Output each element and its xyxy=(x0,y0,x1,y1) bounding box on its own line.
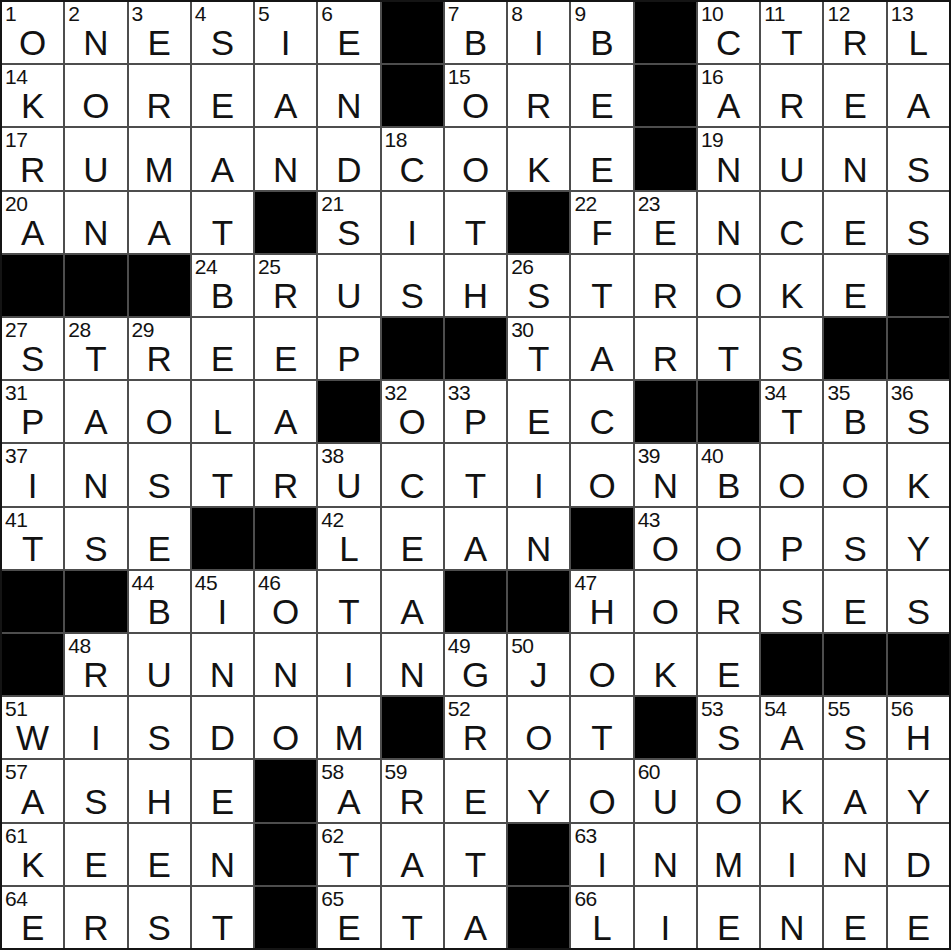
cell-r3c13[interactable]: U xyxy=(761,128,822,189)
cell-letter: O xyxy=(635,594,696,629)
cell-r10c12[interactable]: R xyxy=(698,571,759,632)
cell-r7c2[interactable]: A xyxy=(65,381,126,442)
cell-r10c10[interactable]: 47H xyxy=(571,571,632,632)
cell-letter: S xyxy=(761,341,822,376)
cell-letter: D xyxy=(318,152,379,187)
cell-r8c13[interactable]: O xyxy=(761,444,822,505)
cell-r7c5[interactable]: A xyxy=(255,381,316,442)
cell-r5c4[interactable]: 24B xyxy=(192,255,253,316)
cell-letter: H xyxy=(129,784,190,819)
cell-letter: E xyxy=(192,88,253,123)
cell-r15c11[interactable]: I xyxy=(635,887,696,948)
cell-r1c1[interactable]: 1O xyxy=(2,2,63,63)
cell-r6c13[interactable]: S xyxy=(761,318,822,379)
cell-r10c3[interactable]: 44B xyxy=(129,571,190,632)
cell-r9c15[interactable]: Y xyxy=(888,508,949,569)
cell-r3c9[interactable]: K xyxy=(508,128,569,189)
cell-letter: U xyxy=(318,278,379,313)
cell-letter: R xyxy=(382,784,443,819)
cell-r3c8[interactable]: O xyxy=(445,128,506,189)
cell-letter: T xyxy=(65,341,126,376)
cell-r13c4[interactable]: E xyxy=(192,760,253,821)
cell-letter: T xyxy=(445,215,506,250)
cell-letter: T xyxy=(508,341,569,376)
cell-r8c5[interactable]: R xyxy=(255,444,316,505)
cell-r1c6[interactable]: 6E xyxy=(318,2,379,63)
cell-r9c3[interactable]: E xyxy=(129,508,190,569)
cell-r1c10[interactable]: 9B xyxy=(571,2,632,63)
cell-r14c15[interactable]: D xyxy=(888,824,949,885)
cell-r6c3[interactable]: 29R xyxy=(129,318,190,379)
cell-r12c13[interactable]: 54A xyxy=(761,697,822,758)
cell-r1c13[interactable]: 11T xyxy=(761,2,822,63)
cell-letter: R xyxy=(65,910,126,945)
cell-r4c2[interactable]: N xyxy=(65,192,126,253)
cell-r9c1[interactable]: 41T xyxy=(2,508,63,569)
cell-r15c4[interactable]: T xyxy=(192,887,253,948)
cell-r11c12[interactable]: E xyxy=(698,634,759,695)
cell-r13c11[interactable]: 60U xyxy=(635,760,696,821)
cell-letter: A xyxy=(445,531,506,566)
cell-r11c5[interactable]: N xyxy=(255,634,316,695)
cell-r6c4[interactable]: E xyxy=(192,318,253,379)
cell-r3c12[interactable]: 19N xyxy=(698,128,759,189)
cell-letter: S xyxy=(382,278,443,313)
clue-number: 37 xyxy=(5,443,27,469)
cell-r4c10[interactable]: 22F xyxy=(571,192,632,253)
cell-r5c15 xyxy=(888,255,949,316)
cell-r1c8[interactable]: 7B xyxy=(445,2,506,63)
clue-number: 63 xyxy=(574,823,596,849)
cell-r1c5[interactable]: 5I xyxy=(255,2,316,63)
cell-letter: O xyxy=(508,720,569,755)
cell-letter: R xyxy=(255,468,316,503)
cell-r4c1[interactable]: 20A xyxy=(2,192,63,253)
cell-r12c4[interactable]: D xyxy=(192,697,253,758)
cell-r5c12[interactable]: O xyxy=(698,255,759,316)
cell-letter: R xyxy=(2,152,63,187)
cell-r1c3[interactable]: 3E xyxy=(129,2,190,63)
cell-r2c12[interactable]: 16A xyxy=(698,65,759,126)
cell-r6c9[interactable]: 30T xyxy=(508,318,569,379)
cell-r11c7[interactable]: N xyxy=(382,634,443,695)
cell-letter: A xyxy=(318,784,379,819)
cell-r7c4[interactable]: L xyxy=(192,381,253,442)
cell-r5c11[interactable]: R xyxy=(635,255,696,316)
cell-r7c13[interactable]: 34T xyxy=(761,381,822,442)
cell-r4c3[interactable]: A xyxy=(129,192,190,253)
cell-letter: R xyxy=(445,720,506,755)
cell-r8c9[interactable]: I xyxy=(508,444,569,505)
cell-letter: E xyxy=(129,531,190,566)
cell-r9c6[interactable]: 42L xyxy=(318,508,379,569)
cell-r7c7[interactable]: 32O xyxy=(382,381,443,442)
cell-r8c1[interactable]: 37I xyxy=(2,444,63,505)
cell-r12c7 xyxy=(382,697,443,758)
cell-r7c8[interactable]: 33P xyxy=(445,381,506,442)
cell-r3c11 xyxy=(635,128,696,189)
cell-r12c12[interactable]: 53S xyxy=(698,697,759,758)
cell-r4c12[interactable]: N xyxy=(698,192,759,253)
cell-letter: S xyxy=(65,784,126,819)
cell-letter: B xyxy=(192,278,253,313)
cell-r6c2[interactable]: 28T xyxy=(65,318,126,379)
cell-r13c12[interactable]: O xyxy=(698,760,759,821)
cell-r15c6[interactable]: 65E xyxy=(318,887,379,948)
cell-r15c3[interactable]: S xyxy=(129,887,190,948)
cell-r9c4 xyxy=(192,508,253,569)
cell-r3c3[interactable]: M xyxy=(129,128,190,189)
cell-letter: N xyxy=(318,88,379,123)
cell-letter: B xyxy=(129,594,190,629)
cell-r2c2[interactable]: O xyxy=(65,65,126,126)
cell-r11c3[interactable]: U xyxy=(129,634,190,695)
cell-r13c8[interactable]: E xyxy=(445,760,506,821)
cell-letter: R xyxy=(65,657,126,692)
cell-r10c15[interactable]: S xyxy=(888,571,949,632)
cell-letter: O xyxy=(571,468,632,503)
cell-r12c9[interactable]: O xyxy=(508,697,569,758)
cell-r3c14[interactable]: N xyxy=(824,128,885,189)
cell-r11c4[interactable]: N xyxy=(192,634,253,695)
cell-r6c10[interactable]: A xyxy=(571,318,632,379)
cell-r12c2[interactable]: I xyxy=(65,697,126,758)
cell-r6c6[interactable]: P xyxy=(318,318,379,379)
cell-r12c15[interactable]: 56H xyxy=(888,697,949,758)
cell-r1c2[interactable]: 2N xyxy=(65,2,126,63)
cell-letter: A xyxy=(445,910,506,945)
cell-r15c14[interactable]: E xyxy=(824,887,885,948)
cell-r14c1[interactable]: 61K xyxy=(2,824,63,885)
cell-letter: T xyxy=(192,468,253,503)
cell-letter: M xyxy=(318,720,379,755)
cell-r8c6[interactable]: 38U xyxy=(318,444,379,505)
cell-r10c13[interactable]: S xyxy=(761,571,822,632)
cell-r12c1[interactable]: 51W xyxy=(2,697,63,758)
cell-letter: N xyxy=(508,531,569,566)
cell-letter: R xyxy=(508,88,569,123)
cell-r8c7[interactable]: C xyxy=(382,444,443,505)
cell-letter: E xyxy=(508,404,569,439)
cell-letter: U xyxy=(65,152,126,187)
cell-r7c12 xyxy=(698,381,759,442)
cell-r5c6[interactable]: U xyxy=(318,255,379,316)
cell-letter: N xyxy=(824,847,885,882)
cell-r4c4[interactable]: T xyxy=(192,192,253,253)
cell-letter: S xyxy=(508,278,569,313)
cell-r13c13[interactable]: K xyxy=(761,760,822,821)
cell-letter: B xyxy=(445,25,506,60)
cell-letter: I xyxy=(571,847,632,882)
cell-r2c8[interactable]: 15O xyxy=(445,65,506,126)
cell-r3c5[interactable]: N xyxy=(255,128,316,189)
cell-r9c12[interactable]: O xyxy=(698,508,759,569)
cell-r2c13[interactable]: R xyxy=(761,65,822,126)
cell-r5c10[interactable]: T xyxy=(571,255,632,316)
cell-r10c11[interactable]: O xyxy=(635,571,696,632)
cell-letter: T xyxy=(382,910,443,945)
cell-r14c13[interactable]: I xyxy=(761,824,822,885)
cell-r2c1[interactable]: 14K xyxy=(2,65,63,126)
cell-r13c14[interactable]: A xyxy=(824,760,885,821)
cell-r14c12[interactable]: M xyxy=(698,824,759,885)
cell-r6c5[interactable]: E xyxy=(255,318,316,379)
cell-letter: K xyxy=(2,847,63,882)
cell-r2c5[interactable]: A xyxy=(255,65,316,126)
cell-r15c1[interactable]: 64E xyxy=(2,887,63,948)
cell-r11c8[interactable]: 49G xyxy=(445,634,506,695)
cell-letter: I xyxy=(761,847,822,882)
cell-r9c14[interactable]: S xyxy=(824,508,885,569)
cell-r15c12[interactable]: E xyxy=(698,887,759,948)
cell-r2c9[interactable]: R xyxy=(508,65,569,126)
cell-r8c2[interactable]: N xyxy=(65,444,126,505)
cell-letter: O xyxy=(698,278,759,313)
cell-r5c14[interactable]: E xyxy=(824,255,885,316)
cell-letter: E xyxy=(824,215,885,250)
cell-r15c15[interactable]: E xyxy=(888,887,949,948)
cell-letter: P xyxy=(318,341,379,376)
cell-letter: T xyxy=(318,847,379,882)
cell-r3c10[interactable]: E xyxy=(571,128,632,189)
cell-r3c7[interactable]: 18C xyxy=(382,128,443,189)
cell-r1c4[interactable]: 4S xyxy=(192,2,253,63)
cell-r5c13[interactable]: K xyxy=(761,255,822,316)
cell-letter: O xyxy=(761,468,822,503)
cell-letter: N xyxy=(65,215,126,250)
cell-letter: O xyxy=(445,152,506,187)
cell-r2c15[interactable]: A xyxy=(888,65,949,126)
cell-letter: E xyxy=(382,531,443,566)
cell-r5c8[interactable]: H xyxy=(445,255,506,316)
cell-r11c9[interactable]: 50J xyxy=(508,634,569,695)
cell-letter: E xyxy=(571,88,632,123)
cell-r14c10[interactable]: 63I xyxy=(571,824,632,885)
cell-letter: U xyxy=(129,657,190,692)
cell-r4c13[interactable]: C xyxy=(761,192,822,253)
cell-letter: O xyxy=(382,404,443,439)
cell-letter: S xyxy=(192,25,253,60)
cell-r6c11[interactable]: R xyxy=(635,318,696,379)
cell-r6c12[interactable]: T xyxy=(698,318,759,379)
cell-letter: S xyxy=(129,720,190,755)
cell-r8c12[interactable]: 40B xyxy=(698,444,759,505)
cell-letter: N xyxy=(698,152,759,187)
cell-letter: E xyxy=(888,910,949,945)
cell-r14c7[interactable]: A xyxy=(382,824,443,885)
cell-letter: S xyxy=(888,152,949,187)
cell-letter: E xyxy=(318,25,379,60)
cell-r15c7[interactable]: T xyxy=(382,887,443,948)
cell-letter: S xyxy=(761,594,822,629)
cell-r8c8[interactable]: T xyxy=(445,444,506,505)
cell-r7c3[interactable]: O xyxy=(129,381,190,442)
cell-r11c10[interactable]: O xyxy=(571,634,632,695)
cell-r9c7[interactable]: E xyxy=(382,508,443,569)
cell-r12c5[interactable]: O xyxy=(255,697,316,758)
cell-r8c10[interactable]: O xyxy=(571,444,632,505)
cell-r15c13[interactable]: N xyxy=(761,887,822,948)
cell-r12c8[interactable]: 52R xyxy=(445,697,506,758)
cell-r12c14[interactable]: 55S xyxy=(824,697,885,758)
cell-r7c9[interactable]: E xyxy=(508,381,569,442)
cell-r1c9[interactable]: 8I xyxy=(508,2,569,63)
cell-letter: T xyxy=(698,341,759,376)
cell-r12c10[interactable]: T xyxy=(571,697,632,758)
cell-r15c2[interactable]: R xyxy=(65,887,126,948)
cell-r8c14[interactable]: O xyxy=(824,444,885,505)
cell-r7c10[interactable]: C xyxy=(571,381,632,442)
cell-r4c7[interactable]: I xyxy=(382,192,443,253)
cell-r8c4[interactable]: T xyxy=(192,444,253,505)
cell-r13c15[interactable]: Y xyxy=(888,760,949,821)
cell-letter: O xyxy=(698,784,759,819)
cell-r12c6[interactable]: M xyxy=(318,697,379,758)
cell-r14c6[interactable]: 62T xyxy=(318,824,379,885)
cell-r3c15[interactable]: S xyxy=(888,128,949,189)
cell-r11c6[interactable]: I xyxy=(318,634,379,695)
cell-letter: A xyxy=(382,594,443,629)
cell-r3c6[interactable]: D xyxy=(318,128,379,189)
cell-r13c3[interactable]: H xyxy=(129,760,190,821)
cell-r14c4[interactable]: N xyxy=(192,824,253,885)
cell-r13c5 xyxy=(255,760,316,821)
cell-r9c5 xyxy=(255,508,316,569)
cell-r9c9[interactable]: N xyxy=(508,508,569,569)
cell-letter: O xyxy=(635,531,696,566)
cell-r13c1[interactable]: 57A xyxy=(2,760,63,821)
cell-r4c11[interactable]: 23E xyxy=(635,192,696,253)
cell-r14c9 xyxy=(508,824,569,885)
cell-letter: F xyxy=(571,215,632,250)
cell-letter: E xyxy=(255,341,316,376)
cell-letter: N xyxy=(698,215,759,250)
cell-letter: E xyxy=(698,910,759,945)
cell-r7c15[interactable]: 36S xyxy=(888,381,949,442)
cell-r12c11 xyxy=(635,697,696,758)
cell-r3c4[interactable]: A xyxy=(192,128,253,189)
cell-letter: O xyxy=(824,468,885,503)
cell-letter: R xyxy=(635,341,696,376)
cell-r8c11[interactable]: 39N xyxy=(635,444,696,505)
cell-r13c7[interactable]: 59R xyxy=(382,760,443,821)
cell-r8c3[interactable]: S xyxy=(129,444,190,505)
cell-r2c10[interactable]: E xyxy=(571,65,632,126)
cell-r9c2[interactable]: S xyxy=(65,508,126,569)
cell-r13c10[interactable]: O xyxy=(571,760,632,821)
cell-r4c6[interactable]: 21S xyxy=(318,192,379,253)
cell-r13c9[interactable]: Y xyxy=(508,760,569,821)
cell-letter: H xyxy=(571,594,632,629)
cell-r10c4[interactable]: 45I xyxy=(192,571,253,632)
cell-letter: T xyxy=(571,278,632,313)
cell-letter: Y xyxy=(508,784,569,819)
cell-r4c14[interactable]: E xyxy=(824,192,885,253)
cell-letter: C xyxy=(382,152,443,187)
cell-letter: J xyxy=(508,657,569,692)
cell-r10c7[interactable]: A xyxy=(382,571,443,632)
cell-r9c11[interactable]: 43O xyxy=(635,508,696,569)
cell-r9c13[interactable]: P xyxy=(761,508,822,569)
cell-r7c14[interactable]: 35B xyxy=(824,381,885,442)
cell-r8c15[interactable]: K xyxy=(888,444,949,505)
cell-letter: C xyxy=(382,468,443,503)
cell-r15c8[interactable]: A xyxy=(445,887,506,948)
cell-r12c3[interactable]: S xyxy=(129,697,190,758)
cell-r10c5[interactable]: 46O xyxy=(255,571,316,632)
cell-r10c2 xyxy=(65,571,126,632)
cell-letter: P xyxy=(761,531,822,566)
cell-letter: S xyxy=(65,531,126,566)
cell-letter: M xyxy=(698,847,759,882)
cell-r14c11[interactable]: N xyxy=(635,824,696,885)
cell-r3c2[interactable]: U xyxy=(65,128,126,189)
cell-r5c7[interactable]: S xyxy=(382,255,443,316)
cell-r3c1[interactable]: 17R xyxy=(2,128,63,189)
cell-r15c10[interactable]: 66L xyxy=(571,887,632,948)
cell-r11c11[interactable]: K xyxy=(635,634,696,695)
cell-r2c3[interactable]: R xyxy=(129,65,190,126)
cell-r14c14[interactable]: N xyxy=(824,824,885,885)
cell-letter: N xyxy=(761,910,822,945)
cell-letter: A xyxy=(888,88,949,123)
cell-letter: B xyxy=(571,25,632,60)
cell-r1c15[interactable]: 13L xyxy=(888,2,949,63)
cell-r10c6[interactable]: T xyxy=(318,571,379,632)
cell-letter: E xyxy=(824,594,885,629)
cell-letter: N xyxy=(635,468,696,503)
cell-r4c8[interactable]: T xyxy=(445,192,506,253)
cell-r14c8[interactable]: T xyxy=(445,824,506,885)
cell-r9c10 xyxy=(571,508,632,569)
cell-letter: M xyxy=(129,152,190,187)
cell-letter: S xyxy=(888,404,949,439)
cell-letter: A xyxy=(255,404,316,439)
cell-letter: I xyxy=(65,720,126,755)
cell-r11c1 xyxy=(2,634,63,695)
cell-r1c14[interactable]: 12R xyxy=(824,2,885,63)
cell-r2c11 xyxy=(635,65,696,126)
cell-r13c2[interactable]: S xyxy=(65,760,126,821)
cell-r5c5[interactable]: 25R xyxy=(255,255,316,316)
cell-r9c8[interactable]: A xyxy=(445,508,506,569)
cell-r2c14[interactable]: E xyxy=(824,65,885,126)
cell-r10c14[interactable]: E xyxy=(824,571,885,632)
cell-r6c8 xyxy=(445,318,506,379)
cell-r7c1[interactable]: 31P xyxy=(2,381,63,442)
cell-r1c12[interactable]: 10C xyxy=(698,2,759,63)
cell-letter: O xyxy=(129,404,190,439)
cell-r2c4[interactable]: E xyxy=(192,65,253,126)
cell-r5c9[interactable]: 26S xyxy=(508,255,569,316)
cell-r13c6[interactable]: 58A xyxy=(318,760,379,821)
cell-r14c3[interactable]: E xyxy=(129,824,190,885)
cell-letter: A xyxy=(65,404,126,439)
cell-letter: T xyxy=(192,910,253,945)
cell-r10c1 xyxy=(2,571,63,632)
cell-r2c6[interactable]: N xyxy=(318,65,379,126)
cell-letter: S xyxy=(318,215,379,250)
cell-r11c2[interactable]: 48R xyxy=(65,634,126,695)
cell-letter: A xyxy=(761,720,822,755)
cell-r6c1[interactable]: 27S xyxy=(2,318,63,379)
clue-number: 1 xyxy=(5,1,16,27)
cell-r4c15[interactable]: S xyxy=(888,192,949,253)
cell-letter: S xyxy=(824,720,885,755)
cell-r14c2[interactable]: E xyxy=(65,824,126,885)
cell-letter: P xyxy=(2,404,63,439)
cell-letter: U xyxy=(318,468,379,503)
